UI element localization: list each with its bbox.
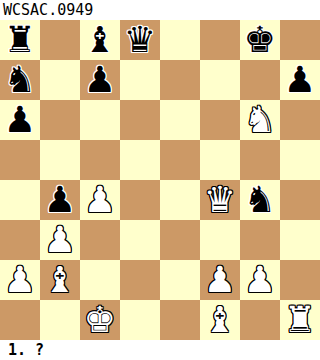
piece-white-rook: ♜ <box>284 300 316 340</box>
square-g2[interactable]: ♟ <box>240 260 280 300</box>
square-d3[interactable] <box>120 220 160 260</box>
square-b2[interactable]: ♝ <box>40 260 80 300</box>
piece-white-king: ♚ <box>84 300 116 340</box>
square-h1[interactable]: ♜ <box>280 300 320 340</box>
square-a3[interactable] <box>0 220 40 260</box>
square-g1[interactable] <box>240 300 280 340</box>
square-b3[interactable]: ♟ <box>40 220 80 260</box>
piece-white-bishop: ♝ <box>44 260 76 300</box>
square-h8[interactable] <box>280 20 320 60</box>
piece-black-king: ♚ <box>244 20 276 60</box>
square-f7[interactable] <box>200 60 240 100</box>
move-prompt: 1. ? <box>0 340 320 360</box>
square-d4[interactable] <box>120 180 160 220</box>
square-a4[interactable] <box>0 180 40 220</box>
piece-white-pawn: ♟ <box>84 180 116 220</box>
square-e4[interactable] <box>160 180 200 220</box>
square-g6[interactable]: ♞ <box>240 100 280 140</box>
square-g5[interactable] <box>240 140 280 180</box>
piece-white-pawn: ♟ <box>44 220 76 260</box>
square-b8[interactable] <box>40 20 80 60</box>
square-f1[interactable]: ♝ <box>200 300 240 340</box>
square-a1[interactable] <box>0 300 40 340</box>
square-a8[interactable]: ♜ <box>0 20 40 60</box>
piece-black-pawn: ♟ <box>84 60 116 100</box>
piece-black-pawn: ♟ <box>44 180 76 220</box>
square-f5[interactable] <box>200 140 240 180</box>
square-h5[interactable] <box>280 140 320 180</box>
square-e3[interactable] <box>160 220 200 260</box>
square-h3[interactable] <box>280 220 320 260</box>
square-c3[interactable] <box>80 220 120 260</box>
piece-white-pawn: ♟ <box>204 260 236 300</box>
square-e5[interactable] <box>160 140 200 180</box>
square-c1[interactable]: ♚ <box>80 300 120 340</box>
square-c8[interactable]: ♝ <box>80 20 120 60</box>
piece-black-pawn: ♟ <box>4 100 36 140</box>
square-f6[interactable] <box>200 100 240 140</box>
square-h2[interactable] <box>280 260 320 300</box>
square-a2[interactable]: ♟ <box>0 260 40 300</box>
square-e1[interactable] <box>160 300 200 340</box>
piece-black-knight: ♞ <box>4 60 36 100</box>
piece-white-knight: ♞ <box>244 100 276 140</box>
square-g4[interactable]: ♞ <box>240 180 280 220</box>
square-d8[interactable]: ♛ <box>120 20 160 60</box>
square-b7[interactable] <box>40 60 80 100</box>
square-g3[interactable] <box>240 220 280 260</box>
square-b1[interactable] <box>40 300 80 340</box>
piece-black-queen: ♛ <box>124 20 156 60</box>
square-g7[interactable] <box>240 60 280 100</box>
square-a7[interactable]: ♞ <box>0 60 40 100</box>
square-h6[interactable] <box>280 100 320 140</box>
square-f4[interactable]: ♛ <box>200 180 240 220</box>
square-e8[interactable] <box>160 20 200 60</box>
square-d5[interactable] <box>120 140 160 180</box>
piece-black-knight: ♞ <box>244 180 276 220</box>
puzzle-id: WCSAC.0949 <box>0 0 320 20</box>
piece-white-queen: ♛ <box>204 180 236 220</box>
square-d1[interactable] <box>120 300 160 340</box>
square-b6[interactable] <box>40 100 80 140</box>
square-d7[interactable] <box>120 60 160 100</box>
piece-white-bishop: ♝ <box>204 300 236 340</box>
square-e7[interactable] <box>160 60 200 100</box>
piece-black-bishop: ♝ <box>84 20 116 60</box>
square-c5[interactable] <box>80 140 120 180</box>
piece-black-rook: ♜ <box>4 20 36 60</box>
square-b5[interactable] <box>40 140 80 180</box>
square-a6[interactable]: ♟ <box>0 100 40 140</box>
square-f3[interactable] <box>200 220 240 260</box>
square-e6[interactable] <box>160 100 200 140</box>
piece-white-pawn: ♟ <box>244 260 276 300</box>
chess-board: ♜♝♛♚♞♟♟♟♞♟♟♛♞♟♟♝♟♟♚♝♜ <box>0 20 320 340</box>
square-b4[interactable]: ♟ <box>40 180 80 220</box>
square-h7[interactable]: ♟ <box>280 60 320 100</box>
square-h4[interactable] <box>280 180 320 220</box>
square-e2[interactable] <box>160 260 200 300</box>
square-c2[interactable] <box>80 260 120 300</box>
square-f8[interactable] <box>200 20 240 60</box>
square-c4[interactable]: ♟ <box>80 180 120 220</box>
square-c7[interactable]: ♟ <box>80 60 120 100</box>
square-d6[interactable] <box>120 100 160 140</box>
square-g8[interactable]: ♚ <box>240 20 280 60</box>
square-d2[interactable] <box>120 260 160 300</box>
square-c6[interactable] <box>80 100 120 140</box>
piece-black-pawn: ♟ <box>284 60 316 100</box>
square-f2[interactable]: ♟ <box>200 260 240 300</box>
square-a5[interactable] <box>0 140 40 180</box>
piece-white-pawn: ♟ <box>4 260 36 300</box>
